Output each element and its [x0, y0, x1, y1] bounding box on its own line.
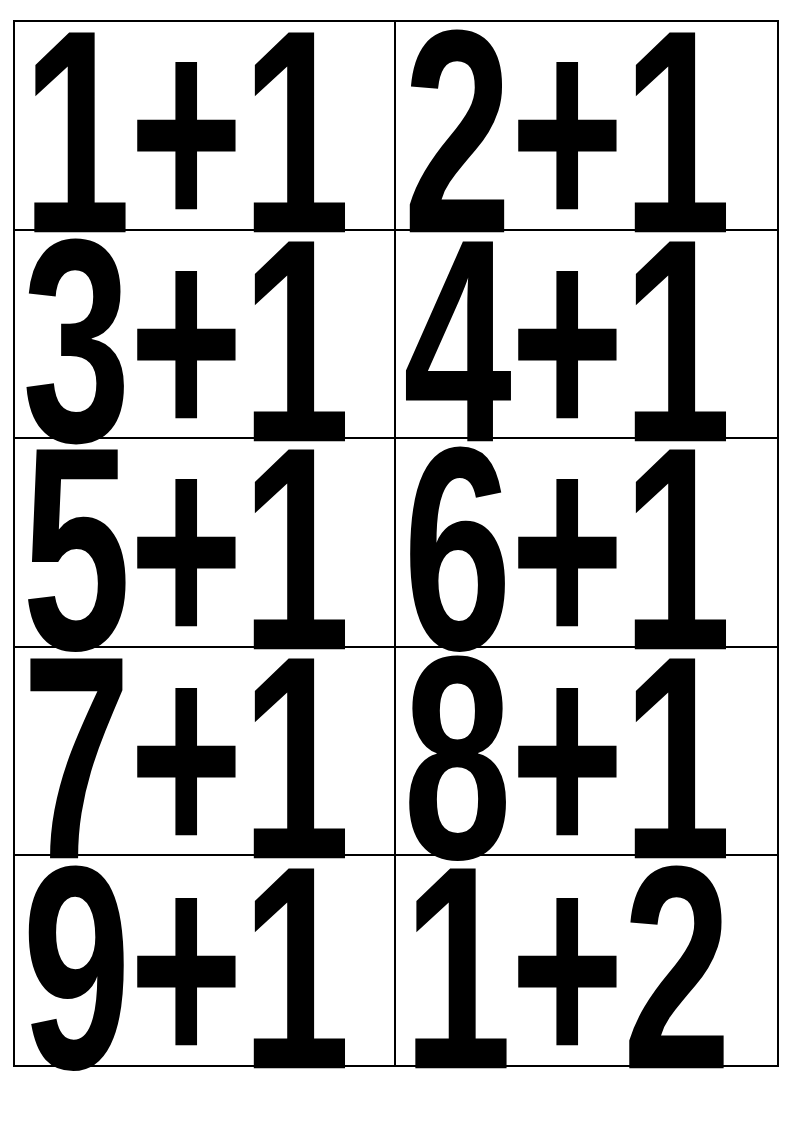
expression-text: 9+1	[22, 824, 348, 1114]
flashcard-9-plus-1: 9+1	[15, 856, 396, 1065]
flashcard-grid: 1+1 2+1 3+1 4+1 5+1 6+1 7+1 8+1 9+1 1+2	[13, 20, 779, 1067]
flashcard-1-plus-2: 1+2	[396, 856, 777, 1065]
expression-text: 1+2	[403, 824, 729, 1114]
